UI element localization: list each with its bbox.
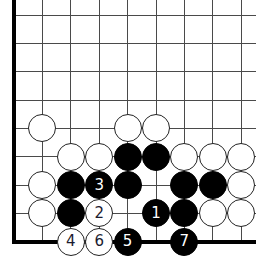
- go-board: 3214657: [0, 0, 256, 256]
- stone-white: [227, 171, 255, 199]
- stone-white: [85, 143, 113, 171]
- stone-black-move-7: 7: [170, 228, 198, 256]
- stone-white-move-4: 4: [57, 228, 85, 256]
- stone-white-move-6: 6: [85, 228, 113, 256]
- stone-white: [142, 114, 170, 142]
- stone-black: [199, 171, 227, 199]
- move-number-label: 5: [123, 234, 133, 249]
- stone-black: [142, 143, 170, 171]
- stone-white: [28, 171, 56, 199]
- stone-white: [114, 114, 142, 142]
- move-number-label: 7: [180, 234, 190, 249]
- board-edge-left: [12, 0, 16, 244]
- move-number-label: 2: [94, 206, 104, 221]
- stone-white: [199, 143, 227, 171]
- stone-white: [57, 143, 85, 171]
- stone-white: [170, 143, 198, 171]
- stone-white: [227, 143, 255, 171]
- stone-black: [114, 143, 142, 171]
- stone-white: [28, 199, 56, 227]
- stone-white-move-2: 2: [85, 199, 113, 227]
- stone-white: [199, 199, 227, 227]
- stone-black: [57, 199, 85, 227]
- stone-black-move-5: 5: [114, 228, 142, 256]
- stone-white: [28, 114, 56, 142]
- move-number-label: 6: [94, 234, 104, 249]
- grid-line-horizontal: [13, 43, 256, 44]
- stone-black-move-3: 3: [85, 171, 113, 199]
- grid-line-horizontal: [13, 71, 256, 72]
- stone-white: [227, 199, 255, 227]
- move-number-label: 3: [94, 178, 104, 193]
- stone-black: [170, 199, 198, 227]
- stone-black: [114, 171, 142, 199]
- grid-line-horizontal: [13, 100, 256, 101]
- grid-line-horizontal: [13, 15, 256, 16]
- move-number-label: 4: [66, 234, 76, 249]
- stone-black: [57, 171, 85, 199]
- move-number-label: 1: [151, 206, 161, 221]
- stone-black-move-1: 1: [142, 199, 170, 227]
- stone-black: [170, 171, 198, 199]
